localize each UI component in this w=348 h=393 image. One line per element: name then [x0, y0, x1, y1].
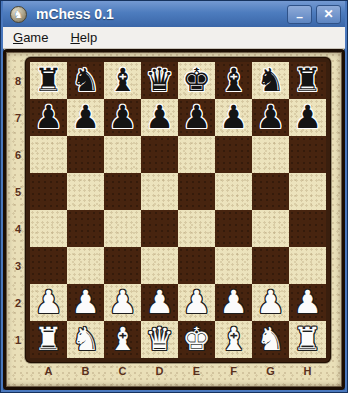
- square-b1[interactable]: ♞: [67, 321, 104, 358]
- rank-label-4: 4: [11, 210, 25, 247]
- file-label-a: A: [30, 365, 67, 377]
- square-g2[interactable]: ♟: [252, 284, 289, 321]
- square-g5[interactable]: [252, 173, 289, 210]
- rank-label-1: 1: [11, 321, 25, 358]
- square-c3[interactable]: [104, 247, 141, 284]
- white-pawn[interactable]: ♟: [108, 284, 137, 321]
- minimize-button[interactable]: –: [287, 5, 312, 24]
- square-a8[interactable]: ♜: [30, 62, 67, 99]
- square-d3[interactable]: [141, 247, 178, 284]
- square-c6[interactable]: [104, 136, 141, 173]
- square-c2[interactable]: ♟: [104, 284, 141, 321]
- black-pawn[interactable]: ♟: [256, 99, 285, 136]
- rank-label-2: 2: [11, 284, 25, 321]
- rank-label-5: 5: [11, 173, 25, 210]
- square-f1[interactable]: ♝: [215, 321, 252, 358]
- board-layout: 87654321 ♜♞♝♛♚♝♞♜♟♟♟♟♟♟♟♟♟♟♟♟♟♟♟♟♜♞♝♛♚♝♞…: [11, 57, 331, 379]
- square-f2[interactable]: ♟: [215, 284, 252, 321]
- square-c4[interactable]: [104, 210, 141, 247]
- square-g3[interactable]: [252, 247, 289, 284]
- black-knight[interactable]: ♞: [256, 62, 285, 99]
- square-e5[interactable]: [178, 173, 215, 210]
- square-b4[interactable]: [67, 210, 104, 247]
- square-g8[interactable]: ♞: [252, 62, 289, 99]
- file-label-b: B: [67, 365, 104, 377]
- square-b7[interactable]: ♟: [67, 99, 104, 136]
- square-c8[interactable]: ♝: [104, 62, 141, 99]
- square-b6[interactable]: [67, 136, 104, 173]
- square-d6[interactable]: [141, 136, 178, 173]
- white-bishop[interactable]: ♝: [219, 321, 248, 358]
- square-h7[interactable]: ♟: [289, 99, 326, 136]
- square-a1[interactable]: ♜: [30, 321, 67, 358]
- close-button[interactable]: ✕: [316, 5, 341, 24]
- file-label-f: F: [215, 365, 252, 377]
- square-e7[interactable]: ♟: [178, 99, 215, 136]
- white-rook[interactable]: ♜: [34, 321, 63, 358]
- rank-label-3: 3: [11, 247, 25, 284]
- square-f4[interactable]: [215, 210, 252, 247]
- square-e4[interactable]: [178, 210, 215, 247]
- square-g6[interactable]: [252, 136, 289, 173]
- chessboard: ♜♞♝♛♚♝♞♜♟♟♟♟♟♟♟♟♟♟♟♟♟♟♟♟♜♞♝♛♚♝♞♜: [30, 62, 326, 358]
- square-b3[interactable]: [67, 247, 104, 284]
- titlebar: ♞ mChess 0.1 – ✕: [3, 0, 345, 27]
- square-a2[interactable]: ♟: [30, 284, 67, 321]
- square-e1[interactable]: ♚: [178, 321, 215, 358]
- square-h4[interactable]: [289, 210, 326, 247]
- square-b8[interactable]: ♞: [67, 62, 104, 99]
- square-e6[interactable]: [178, 136, 215, 173]
- square-h6[interactable]: [289, 136, 326, 173]
- white-rook[interactable]: ♜: [293, 321, 322, 358]
- square-f3[interactable]: [215, 247, 252, 284]
- white-pawn[interactable]: ♟: [182, 284, 211, 321]
- menubar: GameHelp: [3, 27, 345, 49]
- white-pawn[interactable]: ♟: [293, 284, 322, 321]
- black-queen[interactable]: ♛: [145, 62, 174, 99]
- black-bishop[interactable]: ♝: [108, 62, 137, 99]
- white-pawn[interactable]: ♟: [145, 284, 174, 321]
- square-f8[interactable]: ♝: [215, 62, 252, 99]
- square-d7[interactable]: ♟: [141, 99, 178, 136]
- square-f6[interactable]: [215, 136, 252, 173]
- square-d4[interactable]: [141, 210, 178, 247]
- square-c7[interactable]: ♟: [104, 99, 141, 136]
- white-knight[interactable]: ♞: [256, 321, 285, 358]
- rank-label-6: 6: [11, 136, 25, 173]
- black-bishop[interactable]: ♝: [219, 62, 248, 99]
- file-label-h: H: [289, 365, 326, 377]
- file-label-g: G: [252, 365, 289, 377]
- black-rook[interactable]: ♜: [293, 62, 322, 99]
- white-pawn[interactable]: ♟: [34, 284, 63, 321]
- square-e3[interactable]: [178, 247, 215, 284]
- square-h2[interactable]: ♟: [289, 284, 326, 321]
- board-area: 87654321 ♜♞♝♛♚♝♞♜♟♟♟♟♟♟♟♟♟♟♟♟♟♟♟♟♜♞♝♛♚♝♞…: [3, 49, 345, 390]
- square-b2[interactable]: ♟: [67, 284, 104, 321]
- window-title: mChess 0.1: [36, 6, 283, 22]
- black-rook[interactable]: ♜: [34, 62, 63, 99]
- square-a4[interactable]: [30, 210, 67, 247]
- square-f5[interactable]: [215, 173, 252, 210]
- white-knight[interactable]: ♞: [71, 321, 100, 358]
- square-d2[interactable]: ♟: [141, 284, 178, 321]
- black-knight[interactable]: ♞: [71, 62, 100, 99]
- file-label-e: E: [178, 365, 215, 377]
- square-a5[interactable]: [30, 173, 67, 210]
- square-a6[interactable]: [30, 136, 67, 173]
- board-frame: ♜♞♝♛♚♝♞♜♟♟♟♟♟♟♟♟♟♟♟♟♟♟♟♟♜♞♝♛♚♝♞♜: [25, 57, 331, 363]
- square-c1[interactable]: ♝: [104, 321, 141, 358]
- square-h1[interactable]: ♜: [289, 321, 326, 358]
- square-h5[interactable]: [289, 173, 326, 210]
- rank-label-7: 7: [11, 99, 25, 136]
- square-c5[interactable]: [104, 173, 141, 210]
- black-pawn[interactable]: ♟: [182, 99, 211, 136]
- file-labels: ABCDEFGH: [25, 363, 331, 379]
- square-e2[interactable]: ♟: [178, 284, 215, 321]
- menu-item-game[interactable]: Game: [13, 30, 48, 45]
- white-king[interactable]: ♚: [182, 321, 211, 358]
- black-pawn[interactable]: ♟: [219, 99, 248, 136]
- square-d8[interactable]: ♛: [141, 62, 178, 99]
- square-f7[interactable]: ♟: [215, 99, 252, 136]
- white-pawn[interactable]: ♟: [71, 284, 100, 321]
- white-pawn[interactable]: ♟: [219, 284, 248, 321]
- rank-labels: 87654321: [11, 57, 25, 363]
- black-pawn[interactable]: ♟: [34, 99, 63, 136]
- square-a3[interactable]: [30, 247, 67, 284]
- square-h8[interactable]: ♜: [289, 62, 326, 99]
- black-king[interactable]: ♚: [182, 62, 211, 99]
- menu-item-help[interactable]: Help: [70, 30, 97, 45]
- square-d1[interactable]: ♛: [141, 321, 178, 358]
- square-e8[interactable]: ♚: [178, 62, 215, 99]
- white-bishop[interactable]: ♝: [108, 321, 137, 358]
- square-b5[interactable]: [67, 173, 104, 210]
- close-icon: ✕: [323, 8, 333, 20]
- square-d5[interactable]: [141, 173, 178, 210]
- square-g4[interactable]: [252, 210, 289, 247]
- white-pawn[interactable]: ♟: [256, 284, 285, 321]
- square-a7[interactable]: ♟: [30, 99, 67, 136]
- app-window: ♞ mChess 0.1 – ✕ GameHelp 87654321 ♜♞♝♛♚…: [0, 0, 348, 393]
- black-pawn[interactable]: ♟: [145, 99, 174, 136]
- file-label-c: C: [104, 365, 141, 377]
- file-label-d: D: [141, 365, 178, 377]
- knight-coin-icon: ♞: [10, 6, 27, 23]
- minimize-icon: –: [296, 11, 303, 23]
- square-h3[interactable]: [289, 247, 326, 284]
- black-pawn[interactable]: ♟: [71, 99, 100, 136]
- square-g1[interactable]: ♞: [252, 321, 289, 358]
- black-pawn[interactable]: ♟: [293, 99, 322, 136]
- black-pawn[interactable]: ♟: [108, 99, 137, 136]
- rank-label-8: 8: [11, 62, 25, 99]
- square-g7[interactable]: ♟: [252, 99, 289, 136]
- white-queen[interactable]: ♛: [145, 321, 174, 358]
